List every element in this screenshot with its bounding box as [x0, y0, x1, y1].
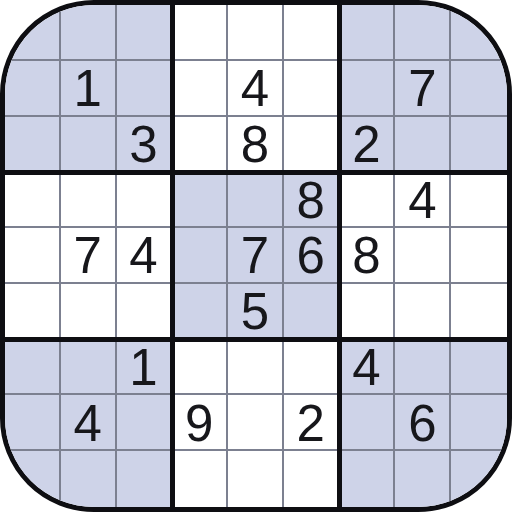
- cell-digit: 4: [352, 342, 380, 393]
- cell-r7c1[interactable]: [5, 340, 61, 396]
- cell-r3c5[interactable]: 8: [228, 117, 284, 173]
- cell-r1c6[interactable]: [284, 5, 340, 61]
- cell-r8c9[interactable]: [451, 395, 507, 451]
- cell-r4c4[interactable]: [172, 172, 228, 228]
- cell-digit: 7: [241, 230, 269, 281]
- sudoku-board: 14738284747685144926: [0, 0, 512, 512]
- cell-r1c8[interactable]: [395, 5, 451, 61]
- cell-r5c1[interactable]: [5, 228, 61, 284]
- cell-r9c6[interactable]: [284, 451, 340, 507]
- cell-r9c7[interactable]: [340, 451, 396, 507]
- cell-r5c5[interactable]: 7: [228, 228, 284, 284]
- cell-r5c3[interactable]: 4: [117, 228, 173, 284]
- cell-r3c4[interactable]: [172, 117, 228, 173]
- cell-r6c3[interactable]: [117, 284, 173, 340]
- cell-r2c8[interactable]: 7: [395, 61, 451, 117]
- cell-r6c7[interactable]: [340, 284, 396, 340]
- cell-r1c5[interactable]: [228, 5, 284, 61]
- cell-digit: 6: [297, 230, 325, 281]
- cell-r8c2[interactable]: 4: [61, 395, 117, 451]
- cell-digit: 3: [129, 119, 157, 170]
- cell-r9c2[interactable]: [61, 451, 117, 507]
- cell-r3c1[interactable]: [5, 117, 61, 173]
- cell-r7c2[interactable]: [61, 340, 117, 396]
- cell-r9c8[interactable]: [395, 451, 451, 507]
- cell-digit: 8: [241, 119, 269, 170]
- cell-r4c5[interactable]: [228, 172, 284, 228]
- cell-r2c7[interactable]: [340, 61, 396, 117]
- cell-r1c1[interactable]: [5, 5, 61, 61]
- cell-r2c1[interactable]: [5, 61, 61, 117]
- cell-digit: 4: [408, 175, 436, 226]
- cell-r1c3[interactable]: [117, 5, 173, 61]
- cell-r6c8[interactable]: [395, 284, 451, 340]
- cell-r4c9[interactable]: [451, 172, 507, 228]
- cell-r1c4[interactable]: [172, 5, 228, 61]
- cell-digit: 8: [352, 230, 380, 281]
- cell-r4c1[interactable]: [5, 172, 61, 228]
- cell-r6c4[interactable]: [172, 284, 228, 340]
- cell-r5c7[interactable]: 8: [340, 228, 396, 284]
- box-divider-vertical-1: [170, 5, 175, 507]
- cell-r8c3[interactable]: [117, 395, 173, 451]
- cell-digit: 7: [408, 63, 436, 114]
- cell-r3c9[interactable]: [451, 117, 507, 173]
- cell-r2c4[interactable]: [172, 61, 228, 117]
- cell-r9c3[interactable]: [117, 451, 173, 507]
- cell-r4c2[interactable]: [61, 172, 117, 228]
- cell-digit: 5: [241, 286, 269, 337]
- cell-r1c9[interactable]: [451, 5, 507, 61]
- box-divider-vertical-2: [337, 5, 342, 507]
- cell-digit: 2: [352, 119, 380, 170]
- cell-r2c3[interactable]: [117, 61, 173, 117]
- cell-digit: 2: [297, 398, 325, 449]
- cell-digit: 1: [129, 342, 157, 393]
- cell-r3c6[interactable]: [284, 117, 340, 173]
- cell-r7c4[interactable]: [172, 340, 228, 396]
- cell-r4c6[interactable]: 8: [284, 172, 340, 228]
- cell-r2c2[interactable]: 1: [61, 61, 117, 117]
- cell-digit: 4: [73, 398, 101, 449]
- cell-r8c7[interactable]: [340, 395, 396, 451]
- cell-r8c1[interactable]: [5, 395, 61, 451]
- cell-r8c5[interactable]: [228, 395, 284, 451]
- cell-r4c8[interactable]: 4: [395, 172, 451, 228]
- cell-r1c7[interactable]: [340, 5, 396, 61]
- cell-r7c7[interactable]: 4: [340, 340, 396, 396]
- cell-r9c4[interactable]: [172, 451, 228, 507]
- cell-r3c8[interactable]: [395, 117, 451, 173]
- cell-r6c9[interactable]: [451, 284, 507, 340]
- cell-r3c2[interactable]: [61, 117, 117, 173]
- cell-digit: 9: [185, 398, 213, 449]
- cell-r8c6[interactable]: 2: [284, 395, 340, 451]
- cell-digit: 6: [408, 398, 436, 449]
- cell-r9c1[interactable]: [5, 451, 61, 507]
- cell-r2c5[interactable]: 4: [228, 61, 284, 117]
- cell-r1c2[interactable]: [61, 5, 117, 61]
- cell-r2c6[interactable]: [284, 61, 340, 117]
- cell-r2c9[interactable]: [451, 61, 507, 117]
- cell-digit: 1: [73, 63, 101, 114]
- sudoku-app-icon: 14738284747685144926: [0, 0, 512, 512]
- cell-r8c4[interactable]: 9: [172, 395, 228, 451]
- cell-r6c5[interactable]: 5: [228, 284, 284, 340]
- cell-r7c5[interactable]: [228, 340, 284, 396]
- cell-digit: 4: [241, 63, 269, 114]
- cell-r6c2[interactable]: [61, 284, 117, 340]
- cell-r8c8[interactable]: 6: [395, 395, 451, 451]
- cell-r3c3[interactable]: 3: [117, 117, 173, 173]
- cell-digit: 8: [297, 175, 325, 226]
- cell-r9c9[interactable]: [451, 451, 507, 507]
- cell-r7c8[interactable]: [395, 340, 451, 396]
- cell-r7c6[interactable]: [284, 340, 340, 396]
- cell-r5c4[interactable]: [172, 228, 228, 284]
- cell-r5c2[interactable]: 7: [61, 228, 117, 284]
- box-divider-horizontal-1: [5, 170, 507, 175]
- cell-r5c9[interactable]: [451, 228, 507, 284]
- cell-r4c7[interactable]: [340, 172, 396, 228]
- cell-r6c1[interactable]: [5, 284, 61, 340]
- sudoku-grid: 14738284747685144926: [5, 5, 507, 507]
- cell-r5c6[interactable]: 6: [284, 228, 340, 284]
- cell-r9c5[interactable]: [228, 451, 284, 507]
- cell-r4c3[interactable]: [117, 172, 173, 228]
- cell-r7c9[interactable]: [451, 340, 507, 396]
- box-divider-horizontal-2: [5, 337, 507, 342]
- cell-digit: 7: [73, 230, 101, 281]
- cell-r6c6[interactable]: [284, 284, 340, 340]
- cell-r5c8[interactable]: [395, 228, 451, 284]
- cell-r7c3[interactable]: 1: [117, 340, 173, 396]
- cell-digit: 4: [129, 230, 157, 281]
- cell-r3c7[interactable]: 2: [340, 117, 396, 173]
